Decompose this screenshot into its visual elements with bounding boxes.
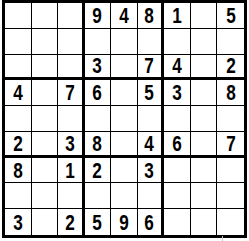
given-digit: 2	[93, 159, 103, 182]
cell-r2c5[interactable]	[111, 29, 138, 55]
given-digit: 1	[172, 4, 182, 27]
given-digit: 8	[145, 4, 155, 27]
given-digit: 8	[13, 159, 23, 182]
cell-r3c3[interactable]	[58, 55, 85, 81]
cell-r2c2[interactable]	[32, 29, 59, 55]
cell-r3c1[interactable]	[5, 55, 32, 81]
given-digit: 7	[65, 81, 75, 104]
given-digit: 9	[93, 4, 103, 27]
cell-r2c9[interactable]	[217, 29, 244, 55]
cell-r2c1[interactable]	[5, 29, 32, 55]
cell-r4c7[interactable]: 3	[164, 80, 191, 106]
cell-r9c9[interactable]	[217, 209, 244, 235]
cell-r5c2[interactable]	[32, 106, 59, 132]
given-digit: 3	[145, 159, 155, 182]
cell-r9c3[interactable]: 2	[58, 209, 85, 235]
cell-r4c8[interactable]	[191, 80, 218, 106]
cell-r4c5[interactable]	[111, 80, 138, 106]
cell-r1c8[interactable]	[191, 3, 218, 29]
cell-r6c7[interactable]: 6	[164, 132, 191, 158]
cell-r2c7[interactable]	[164, 29, 191, 55]
given-digit: 4	[172, 55, 182, 78]
given-digit: 5	[93, 211, 103, 234]
given-digit: 3	[13, 211, 23, 234]
cell-r9c1[interactable]: 3	[5, 209, 32, 235]
given-digit: 3	[65, 132, 75, 155]
cell-r6c8[interactable]	[191, 132, 218, 158]
given-digit: 3	[93, 55, 103, 78]
cell-r1c9[interactable]: 5	[217, 3, 244, 29]
cell-r7c8[interactable]	[191, 158, 218, 184]
cell-r7c7[interactable]	[164, 158, 191, 184]
cell-r6c2[interactable]	[32, 132, 59, 158]
cell-r7c1[interactable]: 8	[5, 158, 32, 184]
given-digit: 7	[226, 132, 236, 155]
cell-r6c9[interactable]: 7	[217, 132, 244, 158]
cell-r4c4[interactable]: 6	[85, 80, 112, 106]
cell-r9c6[interactable]: 6	[138, 209, 165, 235]
cell-r5c7[interactable]	[164, 106, 191, 132]
cell-r7c3[interactable]: 1	[58, 158, 85, 184]
given-digit: 9	[119, 211, 129, 234]
given-digit: 4	[13, 81, 23, 104]
cell-r1c4[interactable]: 9	[85, 3, 112, 29]
cell-r6c6[interactable]: 4	[138, 132, 165, 158]
cell-r7c4[interactable]: 2	[85, 158, 112, 184]
cell-r3c4[interactable]: 3	[85, 55, 112, 81]
cell-r9c7[interactable]	[164, 209, 191, 235]
cell-r2c4[interactable]	[85, 29, 112, 55]
cell-r3c7[interactable]: 4	[164, 55, 191, 81]
cell-r6c5[interactable]	[111, 132, 138, 158]
cell-r5c5[interactable]	[111, 106, 138, 132]
given-digit: 5	[226, 4, 236, 27]
cell-r7c5[interactable]	[111, 158, 138, 184]
cell-r4c9[interactable]: 8	[217, 80, 244, 106]
given-digit: 4	[145, 132, 155, 155]
given-digit: 4	[119, 4, 129, 27]
cell-r8c5[interactable]	[111, 183, 138, 209]
cell-r5c9[interactable]	[217, 106, 244, 132]
cell-r8c3[interactable]	[58, 183, 85, 209]
cell-r5c8[interactable]	[191, 106, 218, 132]
cell-r8c9[interactable]	[217, 183, 244, 209]
cell-r5c1[interactable]	[5, 106, 32, 132]
cell-r6c4[interactable]: 8	[85, 132, 112, 158]
given-digit: 6	[93, 81, 103, 104]
cell-r1c6[interactable]: 8	[138, 3, 165, 29]
cell-r3c8[interactable]	[191, 55, 218, 81]
given-digit: 5	[145, 81, 155, 104]
cell-r1c5[interactable]: 4	[111, 3, 138, 29]
cell-r7c6[interactable]: 3	[138, 158, 165, 184]
cell-r3c9[interactable]: 2	[217, 55, 244, 81]
cell-r4c2[interactable]	[32, 80, 59, 106]
cell-r6c1[interactable]: 2	[5, 132, 32, 158]
cell-r5c4[interactable]	[85, 106, 112, 132]
given-digit: 7	[145, 55, 155, 78]
cell-r7c2[interactable]	[32, 158, 59, 184]
cell-r5c6[interactable]	[138, 106, 165, 132]
cell-r2c6[interactable]	[138, 29, 165, 55]
given-digit: 2	[226, 55, 236, 78]
cell-r1c1[interactable]	[5, 3, 32, 29]
cell-r4c6[interactable]: 5	[138, 80, 165, 106]
sudoku-board: 948153742476538238467812332596	[2, 0, 247, 238]
cell-r8c8[interactable]	[191, 183, 218, 209]
cell-r8c1[interactable]	[5, 183, 32, 209]
cell-r3c2[interactable]	[32, 55, 59, 81]
cell-r2c3[interactable]	[58, 29, 85, 55]
cell-r4c3[interactable]: 7	[58, 80, 85, 106]
given-digit: 8	[226, 81, 236, 104]
cell-r9c8[interactable]	[191, 209, 218, 235]
cell-r6c3[interactable]: 3	[58, 132, 85, 158]
given-digit: 2	[13, 132, 23, 155]
given-digit: 2	[65, 211, 75, 234]
cell-r4c1[interactable]: 4	[5, 80, 32, 106]
given-digit: 1	[65, 159, 75, 182]
cell-r2c8[interactable]	[191, 29, 218, 55]
cell-r9c2[interactable]	[32, 209, 59, 235]
given-digit: 6	[145, 211, 155, 234]
cell-r5c3[interactable]	[58, 106, 85, 132]
cell-r7c9[interactable]	[217, 158, 244, 184]
cell-r1c7[interactable]: 1	[164, 3, 191, 29]
cell-r8c2[interactable]	[32, 183, 59, 209]
cell-r9c5[interactable]: 9	[111, 209, 138, 235]
cell-r1c2[interactable]	[32, 3, 59, 29]
cell-r9c4[interactable]: 5	[85, 209, 112, 235]
spreadsheet-gridline-artifact	[222, 236, 223, 241]
cell-r8c7[interactable]	[164, 183, 191, 209]
cell-r3c6[interactable]: 7	[138, 55, 165, 81]
cell-r1c3[interactable]	[58, 3, 85, 29]
given-digit: 3	[172, 81, 182, 104]
cell-r8c6[interactable]	[138, 183, 165, 209]
cell-r3c5[interactable]	[111, 55, 138, 81]
given-digit: 6	[172, 132, 182, 155]
given-digit: 8	[93, 132, 103, 155]
cell-r8c4[interactable]	[85, 183, 112, 209]
